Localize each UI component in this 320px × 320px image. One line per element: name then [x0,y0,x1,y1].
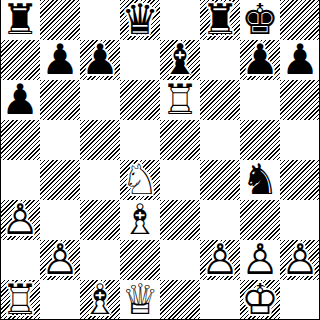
piece-glyph: ♙ [40,240,80,280]
square-f8[interactable]: ♜♜ [200,0,240,40]
piece-glyph: ♚ [240,0,280,40]
piece-glyph: ♔ [240,280,280,320]
piece-black-bishop[interactable]: ♝♝ [160,40,200,80]
square-e8[interactable] [160,0,200,40]
square-a4[interactable] [0,160,40,200]
square-a3[interactable]: ♟♙ [0,200,40,240]
piece-white-pawn[interactable]: ♟♙ [240,240,280,280]
square-f5[interactable] [200,120,240,160]
piece-black-pawn[interactable]: ♟♟ [280,40,320,80]
square-f3[interactable] [200,200,240,240]
piece-glyph: ♛ [120,0,160,40]
square-d5[interactable] [120,120,160,160]
square-c7[interactable]: ♟♟ [80,40,120,80]
square-b1[interactable] [40,280,80,320]
square-h1[interactable] [280,280,320,320]
square-a6[interactable]: ♟♟ [0,80,40,120]
piece-white-pawn[interactable]: ♟♙ [40,240,80,280]
piece-white-rook[interactable]: ♜♖ [160,80,200,120]
piece-glyph: ♟ [40,40,80,80]
square-f4[interactable] [200,160,240,200]
square-h8[interactable] [280,0,320,40]
piece-glyph: ♞ [240,160,280,200]
square-c4[interactable] [80,160,120,200]
square-g5[interactable] [240,120,280,160]
square-h5[interactable] [280,120,320,160]
piece-white-knight[interactable]: ♞♘ [120,160,160,200]
piece-glyph: ♙ [200,240,240,280]
square-b3[interactable] [40,200,80,240]
piece-black-pawn[interactable]: ♟♟ [40,40,80,80]
square-d3[interactable]: ♝♗ [120,200,160,240]
square-e3[interactable] [160,200,200,240]
piece-black-pawn[interactable]: ♟♟ [240,40,280,80]
piece-white-pawn[interactable]: ♟♙ [200,240,240,280]
square-c6[interactable] [80,80,120,120]
square-g3[interactable] [240,200,280,240]
square-b8[interactable] [40,0,80,40]
square-g7[interactable]: ♟♟ [240,40,280,80]
square-f1[interactable] [200,280,240,320]
square-h3[interactable] [280,200,320,240]
square-d1[interactable]: ♛♕ [120,280,160,320]
piece-black-queen[interactable]: ♛♛ [120,0,160,40]
piece-glyph: ♜ [200,0,240,40]
square-g2[interactable]: ♟♙ [240,240,280,280]
square-d2[interactable] [120,240,160,280]
square-e1[interactable] [160,280,200,320]
chess-board: ♜♜♛♛♜♜♚♚♟♟♟♟♝♝♟♟♟♟♟♟♜♖♞♘♞♞♟♙♝♗♟♙♟♙♟♙♟♙♜♖… [0,0,320,320]
square-a5[interactable] [0,120,40,160]
square-c5[interactable] [80,120,120,160]
square-g1[interactable]: ♚♔ [240,280,280,320]
square-a8[interactable]: ♜♜ [0,0,40,40]
square-h2[interactable]: ♟♙ [280,240,320,280]
square-h7[interactable]: ♟♟ [280,40,320,80]
square-h6[interactable] [280,80,320,120]
square-e7[interactable]: ♝♝ [160,40,200,80]
piece-glyph: ♝ [160,40,200,80]
square-f2[interactable]: ♟♙ [200,240,240,280]
square-f7[interactable] [200,40,240,80]
piece-glyph: ♟ [280,40,320,80]
piece-white-bishop[interactable]: ♝♗ [80,280,120,320]
piece-glyph: ♙ [240,240,280,280]
piece-glyph: ♙ [280,240,320,280]
piece-glyph: ♖ [0,280,40,320]
square-a7[interactable] [0,40,40,80]
piece-glyph: ♖ [160,80,200,120]
square-b2[interactable]: ♟♙ [40,240,80,280]
piece-white-queen[interactable]: ♛♕ [120,280,160,320]
square-b7[interactable]: ♟♟ [40,40,80,80]
square-g8[interactable]: ♚♚ [240,0,280,40]
square-c3[interactable] [80,200,120,240]
piece-white-pawn[interactable]: ♟♙ [280,240,320,280]
square-f6[interactable] [200,80,240,120]
square-e5[interactable] [160,120,200,160]
square-b4[interactable] [40,160,80,200]
square-g6[interactable] [240,80,280,120]
square-a1[interactable]: ♜♖ [0,280,40,320]
piece-glyph: ♟ [80,40,120,80]
square-c8[interactable] [80,0,120,40]
piece-glyph: ♜ [0,0,40,40]
piece-black-king[interactable]: ♚♚ [240,0,280,40]
square-g4[interactable]: ♞♞ [240,160,280,200]
square-b5[interactable] [40,120,80,160]
piece-black-knight[interactable]: ♞♞ [240,160,280,200]
piece-white-bishop[interactable]: ♝♗ [120,200,160,240]
piece-black-pawn[interactable]: ♟♟ [0,80,40,120]
piece-white-king[interactable]: ♚♔ [240,280,280,320]
square-c1[interactable]: ♝♗ [80,280,120,320]
piece-black-rook[interactable]: ♜♜ [0,0,40,40]
piece-white-rook[interactable]: ♜♖ [0,280,40,320]
square-d4[interactable]: ♞♘ [120,160,160,200]
square-e6[interactable]: ♜♖ [160,80,200,120]
square-d6[interactable] [120,80,160,120]
square-d7[interactable] [120,40,160,80]
piece-glyph: ♙ [0,200,40,240]
piece-glyph: ♗ [80,280,120,320]
square-h4[interactable] [280,160,320,200]
square-b6[interactable] [40,80,80,120]
piece-glyph: ♗ [120,200,160,240]
piece-glyph: ♟ [240,40,280,80]
piece-glyph: ♕ [120,280,160,320]
square-e2[interactable] [160,240,200,280]
piece-black-rook[interactable]: ♜♜ [200,0,240,40]
square-e4[interactable] [160,160,200,200]
square-d8[interactable]: ♛♛ [120,0,160,40]
piece-black-pawn[interactable]: ♟♟ [80,40,120,80]
piece-glyph: ♟ [0,80,40,120]
piece-glyph: ♘ [120,160,160,200]
square-c2[interactable] [80,240,120,280]
piece-white-pawn[interactable]: ♟♙ [0,200,40,240]
square-a2[interactable] [0,240,40,280]
chess-diagram: ♜♜♛♛♜♜♚♚♟♟♟♟♝♝♟♟♟♟♟♟♜♖♞♘♞♞♟♙♝♗♟♙♟♙♟♙♟♙♜♖… [0,0,320,320]
